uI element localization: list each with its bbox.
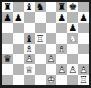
square-d7[interactable] (35, 12, 46, 22)
black-queen-piece: ♛ (2, 54, 13, 64)
white-queen-piece: ♛♕ (24, 64, 35, 74)
square-f3[interactable] (56, 54, 67, 64)
square-b8[interactable] (13, 2, 24, 12)
white-pawn-piece: ♟♙ (56, 64, 67, 74)
square-b6[interactable] (13, 23, 24, 33)
square-e4[interactable] (46, 44, 57, 54)
square-c1[interactable] (24, 75, 35, 85)
square-g4[interactable] (67, 44, 78, 54)
square-g1[interactable] (67, 75, 78, 85)
square-d8[interactable]: ♞ (35, 2, 46, 12)
square-c4[interactable]: ♝♗ (24, 44, 35, 54)
square-h5[interactable] (78, 33, 89, 43)
square-e6[interactable] (46, 23, 57, 33)
square-a7[interactable]: ♟ (2, 12, 13, 22)
square-f5[interactable] (56, 33, 67, 43)
white-piece-outline: ♙ (24, 54, 35, 64)
square-b1[interactable] (13, 75, 24, 85)
square-a1[interactable] (2, 75, 13, 85)
square-h2[interactable]: ♟♙ (78, 64, 89, 74)
white-piece-outline: ♖ (78, 75, 89, 85)
square-d2[interactable] (35, 64, 46, 74)
chess-board: ♜♝♞♜♚♟♟♟♟♟♝♜♖♞♘♝♗♝♗♛♟♙♟♙♛♕♟♙♟♙♟♙♚♔♜♖ (2, 2, 89, 85)
square-c3[interactable]: ♟♙ (24, 54, 35, 64)
square-e5[interactable] (46, 33, 57, 43)
square-a8[interactable]: ♜ (2, 2, 13, 12)
black-bishop-piece: ♝ (24, 33, 35, 43)
white-piece-outline: ♙ (56, 64, 67, 74)
square-e7[interactable] (46, 12, 57, 22)
white-piece-outline: ♕ (24, 64, 35, 74)
white-piece-outline: ♙ (67, 64, 78, 74)
chess-board-frame: ♜♝♞♜♚♟♟♟♟♟♝♜♖♞♘♝♗♝♗♛♟♙♟♙♛♕♟♙♟♙♟♙♚♔♜♖ (0, 0, 91, 88)
square-g2[interactable]: ♟♙ (67, 64, 78, 74)
square-c8[interactable]: ♝ (24, 2, 35, 12)
square-d5[interactable]: ♜♖ (35, 33, 46, 43)
white-piece-outline: ♖ (35, 33, 46, 43)
square-f7[interactable]: ♟ (56, 12, 67, 22)
black-pawn-piece: ♟ (78, 12, 89, 22)
square-c5[interactable]: ♝ (24, 33, 35, 43)
white-bishop-piece: ♝♗ (24, 44, 35, 54)
black-king-piece: ♚ (67, 2, 78, 12)
square-f8[interactable]: ♜ (56, 2, 67, 12)
white-bishop-piece: ♝♗ (56, 44, 67, 54)
square-e8[interactable] (46, 2, 57, 12)
white-piece-outline: ♙ (46, 54, 57, 64)
square-h1[interactable]: ♜♖ (78, 75, 89, 85)
square-c6[interactable] (24, 23, 35, 33)
white-knight-piece: ♞♘ (67, 33, 78, 43)
white-piece-outline: ♗ (56, 44, 67, 54)
square-c7[interactable] (24, 12, 35, 22)
square-a6[interactable] (2, 23, 13, 33)
square-d3[interactable] (35, 54, 46, 64)
white-pawn-piece: ♟♙ (46, 54, 57, 64)
square-g8[interactable]: ♚ (67, 2, 78, 12)
square-b3[interactable] (13, 54, 24, 64)
square-g7[interactable] (67, 12, 78, 22)
square-e2[interactable] (46, 64, 57, 74)
square-c2[interactable]: ♛♕ (24, 64, 35, 74)
square-e1[interactable]: ♚♔ (46, 75, 57, 85)
black-pawn-piece: ♟ (67, 23, 78, 33)
square-a4[interactable] (2, 44, 13, 54)
white-king-piece: ♚♔ (46, 75, 57, 85)
square-d6[interactable] (35, 23, 46, 33)
black-pawn-piece: ♟ (2, 12, 13, 22)
white-rook-piece: ♜♖ (35, 33, 46, 43)
square-d4[interactable] (35, 44, 46, 54)
black-rook-piece: ♜ (2, 2, 13, 12)
square-g6[interactable]: ♟ (67, 23, 78, 33)
square-h7[interactable]: ♟ (78, 12, 89, 22)
white-piece-outline: ♙ (78, 64, 89, 74)
black-pawn-piece: ♟ (13, 12, 24, 22)
square-f4[interactable]: ♝♗ (56, 44, 67, 54)
square-f1[interactable] (56, 75, 67, 85)
white-piece-outline: ♗ (24, 44, 35, 54)
square-f2[interactable]: ♟♙ (56, 64, 67, 74)
square-h6[interactable] (78, 23, 89, 33)
square-h3[interactable] (78, 54, 89, 64)
square-h8[interactable] (78, 2, 89, 12)
square-e3[interactable]: ♟♙ (46, 54, 57, 64)
white-piece-outline: ♘ (67, 33, 78, 43)
black-knight-piece: ♞ (35, 2, 46, 12)
white-pawn-piece: ♟♙ (67, 64, 78, 74)
white-pawn-piece: ♟♙ (78, 64, 89, 74)
square-d1[interactable] (35, 75, 46, 85)
square-a5[interactable] (2, 33, 13, 43)
square-b5[interactable] (13, 33, 24, 43)
black-bishop-piece: ♝ (24, 2, 35, 12)
white-rook-piece: ♜♖ (78, 75, 89, 85)
square-b2[interactable] (13, 64, 24, 74)
square-b4[interactable] (13, 44, 24, 54)
square-b7[interactable]: ♟ (13, 12, 24, 22)
square-g3[interactable] (67, 54, 78, 64)
square-f6[interactable] (56, 23, 67, 33)
square-h4[interactable] (78, 44, 89, 54)
black-rook-piece: ♜ (56, 2, 67, 12)
square-a3[interactable]: ♛ (2, 54, 13, 64)
black-pawn-piece: ♟ (56, 12, 67, 22)
white-pawn-piece: ♟♙ (24, 54, 35, 64)
square-a2[interactable] (2, 64, 13, 74)
square-g5[interactable]: ♞♘ (67, 33, 78, 43)
white-piece-outline: ♔ (46, 75, 57, 85)
